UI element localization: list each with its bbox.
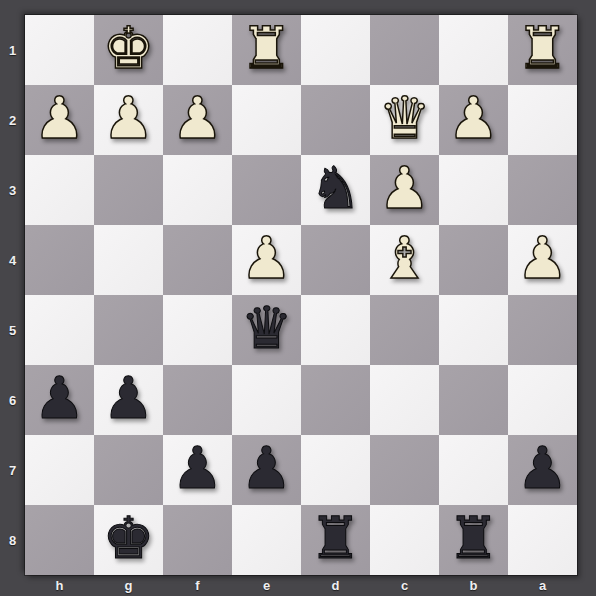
- square-d2[interactable]: [301, 85, 370, 155]
- square-a1[interactable]: ♜: [508, 15, 577, 85]
- square-h5[interactable]: [25, 295, 94, 365]
- file-label-e: e: [232, 575, 301, 596]
- square-e1[interactable]: ♜: [232, 15, 301, 85]
- square-e4[interactable]: ♟: [232, 225, 301, 295]
- square-g2[interactable]: ♟: [94, 85, 163, 155]
- black-king-g8[interactable]: ♚: [103, 509, 155, 567]
- black-pawn-f7[interactable]: ♟: [172, 439, 224, 497]
- rank-label-1: 1: [0, 15, 25, 85]
- square-h4[interactable]: [25, 225, 94, 295]
- rank-label-5: 5: [0, 295, 25, 365]
- square-f6[interactable]: [163, 365, 232, 435]
- white-rook-a1[interactable]: ♜: [517, 19, 569, 77]
- square-d6[interactable]: [301, 365, 370, 435]
- rank-label-7: 7: [0, 435, 25, 505]
- square-c4[interactable]: ♝: [370, 225, 439, 295]
- square-c3[interactable]: ♟: [370, 155, 439, 225]
- rank-label-2: 2: [0, 85, 25, 155]
- white-pawn-f2[interactable]: ♟: [172, 89, 224, 147]
- file-label-d: d: [301, 575, 370, 596]
- white-pawn-h2[interactable]: ♟: [34, 89, 86, 147]
- rank-label-8: 8: [0, 505, 25, 575]
- square-b5[interactable]: [439, 295, 508, 365]
- square-a3[interactable]: [508, 155, 577, 225]
- square-b6[interactable]: [439, 365, 508, 435]
- file-label-b: b: [439, 575, 508, 596]
- square-c1[interactable]: [370, 15, 439, 85]
- square-g6[interactable]: ♟: [94, 365, 163, 435]
- square-a2[interactable]: [508, 85, 577, 155]
- square-h8[interactable]: [25, 505, 94, 575]
- square-h3[interactable]: [25, 155, 94, 225]
- black-knight-d3[interactable]: ♞: [310, 159, 362, 217]
- white-pawn-a4[interactable]: ♟: [517, 229, 569, 287]
- square-h7[interactable]: [25, 435, 94, 505]
- square-c8[interactable]: [370, 505, 439, 575]
- square-d4[interactable]: [301, 225, 370, 295]
- file-label-c: c: [370, 575, 439, 596]
- square-e8[interactable]: [232, 505, 301, 575]
- black-rook-d8[interactable]: ♜: [310, 509, 362, 567]
- square-c7[interactable]: [370, 435, 439, 505]
- file-label-a: a: [508, 575, 577, 596]
- square-e5[interactable]: ♛: [232, 295, 301, 365]
- black-rook-b8[interactable]: ♜: [448, 509, 500, 567]
- square-g3[interactable]: [94, 155, 163, 225]
- square-a6[interactable]: [508, 365, 577, 435]
- square-c6[interactable]: [370, 365, 439, 435]
- square-a8[interactable]: [508, 505, 577, 575]
- file-labels: hgfedcba: [25, 575, 577, 596]
- square-b4[interactable]: [439, 225, 508, 295]
- square-b7[interactable]: [439, 435, 508, 505]
- square-f3[interactable]: [163, 155, 232, 225]
- square-f8[interactable]: [163, 505, 232, 575]
- square-f4[interactable]: [163, 225, 232, 295]
- rank-label-3: 3: [0, 155, 25, 225]
- square-h2[interactable]: ♟: [25, 85, 94, 155]
- square-h1[interactable]: [25, 15, 94, 85]
- square-e6[interactable]: [232, 365, 301, 435]
- black-pawn-h6[interactable]: ♟: [34, 369, 86, 427]
- square-d7[interactable]: [301, 435, 370, 505]
- file-label-g: g: [94, 575, 163, 596]
- square-e2[interactable]: [232, 85, 301, 155]
- white-king-g1[interactable]: ♚: [103, 19, 155, 77]
- square-d8[interactable]: ♜: [301, 505, 370, 575]
- square-d5[interactable]: [301, 295, 370, 365]
- rank-label-6: 6: [0, 365, 25, 435]
- square-g4[interactable]: [94, 225, 163, 295]
- black-queen-e5[interactable]: ♛: [241, 299, 293, 357]
- black-pawn-e7[interactable]: ♟: [241, 439, 293, 497]
- white-bishop-c4[interactable]: ♝: [379, 229, 431, 287]
- file-label-f: f: [163, 575, 232, 596]
- square-c5[interactable]: [370, 295, 439, 365]
- square-d1[interactable]: [301, 15, 370, 85]
- square-g7[interactable]: [94, 435, 163, 505]
- square-g1[interactable]: ♚: [94, 15, 163, 85]
- white-pawn-e4[interactable]: ♟: [241, 229, 293, 287]
- white-rook-e1[interactable]: ♜: [241, 19, 293, 77]
- file-label-h: h: [25, 575, 94, 596]
- square-e3[interactable]: [232, 155, 301, 225]
- square-e7[interactable]: ♟: [232, 435, 301, 505]
- square-a5[interactable]: [508, 295, 577, 365]
- white-pawn-c3[interactable]: ♟: [379, 159, 431, 217]
- square-d3[interactable]: ♞: [301, 155, 370, 225]
- white-queen-c2[interactable]: ♛: [379, 89, 431, 147]
- chess-board: ♚♜♜♟♟♟♛♟♞♟♟♝♟♛♟♟♟♟♟♚♜♜: [25, 15, 577, 575]
- square-b2[interactable]: ♟: [439, 85, 508, 155]
- square-f5[interactable]: [163, 295, 232, 365]
- square-a7[interactable]: ♟: [508, 435, 577, 505]
- square-b8[interactable]: ♜: [439, 505, 508, 575]
- square-b3[interactable]: [439, 155, 508, 225]
- black-pawn-g6[interactable]: ♟: [103, 369, 155, 427]
- rank-label-4: 4: [0, 225, 25, 295]
- square-c2[interactable]: ♛: [370, 85, 439, 155]
- square-g8[interactable]: ♚: [94, 505, 163, 575]
- square-h6[interactable]: ♟: [25, 365, 94, 435]
- square-g5[interactable]: [94, 295, 163, 365]
- rank-labels: 12345678: [0, 15, 25, 575]
- square-b1[interactable]: [439, 15, 508, 85]
- black-pawn-a7[interactable]: ♟: [517, 439, 569, 497]
- square-f1[interactable]: [163, 15, 232, 85]
- square-f2[interactable]: ♟: [163, 85, 232, 155]
- square-a4[interactable]: ♟: [508, 225, 577, 295]
- white-pawn-b2[interactable]: ♟: [448, 89, 500, 147]
- white-pawn-g2[interactable]: ♟: [103, 89, 155, 147]
- square-f7[interactable]: ♟: [163, 435, 232, 505]
